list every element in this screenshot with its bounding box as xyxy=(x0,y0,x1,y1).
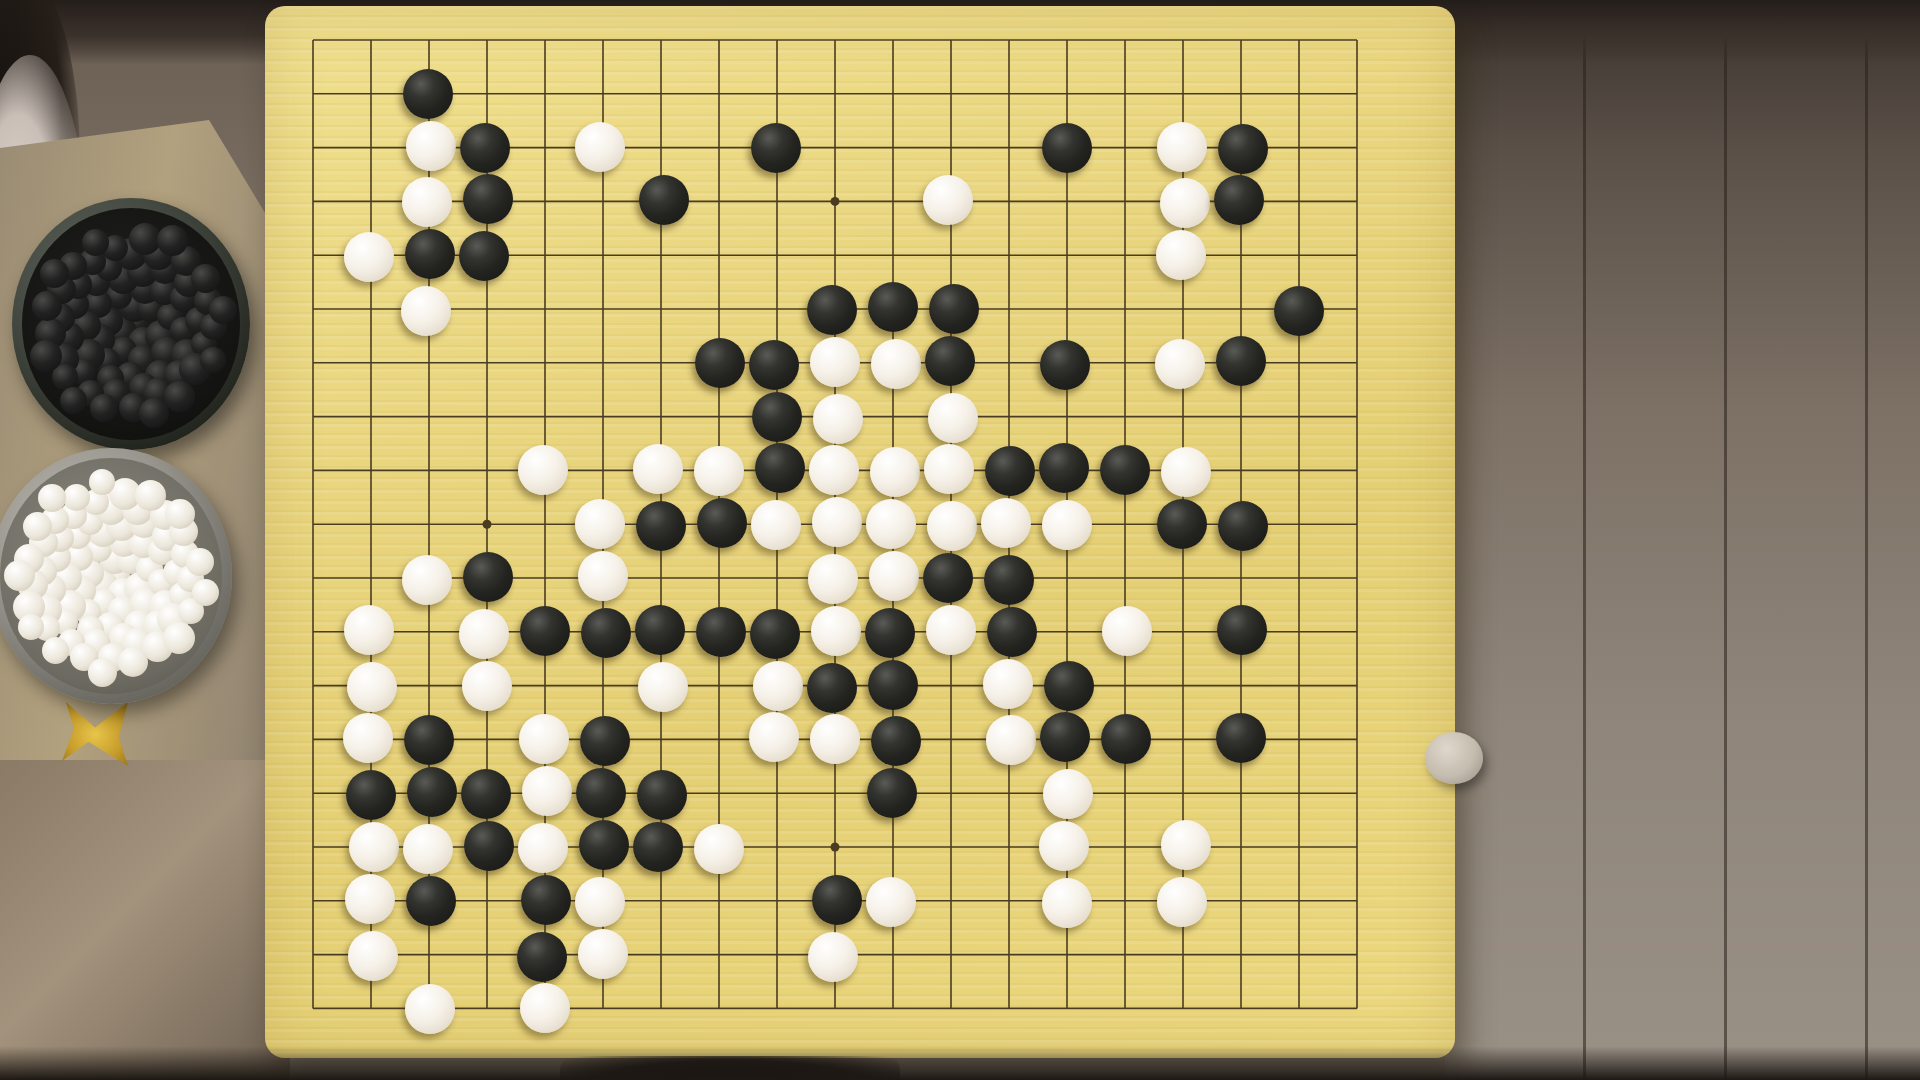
black-stone[interactable] xyxy=(987,607,1037,657)
white-stone[interactable] xyxy=(927,501,977,551)
black-bowl-stone xyxy=(157,225,188,256)
white-stone[interactable] xyxy=(808,554,858,604)
white-stone[interactable] xyxy=(347,662,397,712)
black-stone[interactable] xyxy=(751,123,801,173)
black-stone[interactable] xyxy=(868,660,918,710)
black-stone[interactable] xyxy=(460,123,510,173)
white-bowl-stone xyxy=(23,512,52,541)
black-stone[interactable] xyxy=(865,608,915,658)
white-stone[interactable] xyxy=(344,605,394,655)
white-stone[interactable] xyxy=(578,551,628,601)
black-bowl-stones xyxy=(22,208,240,440)
black-stone[interactable] xyxy=(1274,286,1324,336)
black-stone[interactable] xyxy=(1218,501,1268,551)
floor-bottom-shadow xyxy=(0,1046,1920,1080)
black-stone[interactable] xyxy=(1218,124,1268,174)
black-stone[interactable] xyxy=(929,284,979,334)
white-stone[interactable] xyxy=(1155,339,1205,389)
white-stone[interactable] xyxy=(578,929,628,979)
white-stone[interactable] xyxy=(753,661,803,711)
black-stone[interactable] xyxy=(752,392,802,442)
black-bowl-stone xyxy=(82,229,109,256)
black-stone[interactable] xyxy=(581,608,631,658)
black-stone[interactable] xyxy=(1217,605,1267,655)
white-stone[interactable] xyxy=(869,551,919,601)
white-stone[interactable] xyxy=(694,824,744,874)
white-stone[interactable] xyxy=(402,555,452,605)
black-stone[interactable] xyxy=(463,552,513,602)
go-board[interactable] xyxy=(265,6,1455,1058)
black-bowl-stone xyxy=(90,394,118,422)
white-stone[interactable] xyxy=(1156,230,1206,280)
black-stone[interactable] xyxy=(461,769,511,819)
black-stone[interactable] xyxy=(984,555,1034,605)
white-stone[interactable] xyxy=(401,286,451,336)
black-stone[interactable] xyxy=(406,876,456,926)
black-stone[interactable] xyxy=(749,340,799,390)
black-stone[interactable] xyxy=(464,821,514,871)
star-point xyxy=(831,843,840,852)
white-stone[interactable] xyxy=(462,661,512,711)
black-bowl-stone xyxy=(60,387,87,414)
white-stone[interactable] xyxy=(808,932,858,982)
photo-overhead-go-game xyxy=(0,0,1920,1080)
white-stone[interactable] xyxy=(983,659,1033,709)
white-stone[interactable] xyxy=(344,232,394,282)
black-stone[interactable] xyxy=(867,768,917,818)
black-stone[interactable] xyxy=(1040,340,1090,390)
black-bowl-stone xyxy=(164,381,195,412)
white-stone[interactable] xyxy=(981,498,1031,548)
white-stone[interactable] xyxy=(926,605,976,655)
black-stone[interactable] xyxy=(635,605,685,655)
white-stone[interactable] xyxy=(1039,821,1089,871)
white-stone[interactable] xyxy=(522,766,572,816)
white-stone[interactable] xyxy=(575,499,625,549)
white-stone[interactable] xyxy=(1043,769,1093,819)
white-stone[interactable] xyxy=(518,823,568,873)
white-bowl-stones xyxy=(0,458,222,694)
black-bowl-stone xyxy=(40,259,69,288)
white-bowl-stone xyxy=(118,647,148,677)
black-stone[interactable] xyxy=(697,498,747,548)
white-stone[interactable] xyxy=(349,822,399,872)
black-stone[interactable] xyxy=(1044,661,1094,711)
black-stone[interactable] xyxy=(1216,336,1266,386)
white-stone[interactable] xyxy=(871,339,921,389)
white-stone[interactable] xyxy=(348,931,398,981)
black-stone[interactable] xyxy=(1157,499,1207,549)
wood-floor-right xyxy=(1445,0,1920,1080)
black-stone[interactable] xyxy=(923,553,973,603)
black-bowl-stone xyxy=(200,347,226,373)
black-stone[interactable] xyxy=(576,768,626,818)
black-stone[interactable] xyxy=(807,663,857,713)
white-stone[interactable] xyxy=(866,499,916,549)
white-bowl-stone xyxy=(88,658,117,687)
white-stone[interactable] xyxy=(928,393,978,443)
star-point xyxy=(483,520,492,529)
white-stone[interactable] xyxy=(1157,877,1207,927)
white-bowl-stone xyxy=(42,637,69,664)
white-bowl-stone xyxy=(63,484,90,511)
black-stone[interactable] xyxy=(637,770,687,820)
black-stone[interactable] xyxy=(346,770,396,820)
white-stone[interactable] xyxy=(866,877,916,927)
black-stone[interactable] xyxy=(696,607,746,657)
white-stone[interactable] xyxy=(1157,122,1207,172)
star-point xyxy=(831,197,840,206)
bowl-of-white-stones xyxy=(0,448,232,704)
white-stone[interactable] xyxy=(812,497,862,547)
black-stone[interactable] xyxy=(459,231,509,281)
black-stone[interactable] xyxy=(579,820,629,870)
black-stone[interactable] xyxy=(812,875,862,925)
white-stone[interactable] xyxy=(638,662,688,712)
black-stone[interactable] xyxy=(521,875,571,925)
black-stone[interactable] xyxy=(405,229,455,279)
white-stone[interactable] xyxy=(575,877,625,927)
black-stone[interactable] xyxy=(520,606,570,656)
white-bowl-stone xyxy=(192,579,219,606)
black-stone[interactable] xyxy=(636,501,686,551)
black-bowl-stone xyxy=(139,398,169,428)
black-bowl-stone xyxy=(209,296,237,324)
white-stone[interactable] xyxy=(811,606,861,656)
black-stone[interactable] xyxy=(403,69,453,119)
black-stone[interactable] xyxy=(695,338,745,388)
white-stone[interactable] xyxy=(751,500,801,550)
black-stone[interactable] xyxy=(750,609,800,659)
white-stone[interactable] xyxy=(403,824,453,874)
floor-bottom-left xyxy=(0,760,290,1080)
white-stone[interactable] xyxy=(459,609,509,659)
white-bowl-stone xyxy=(89,469,115,495)
floor-knob-object xyxy=(1425,732,1483,784)
white-stone[interactable] xyxy=(1042,878,1092,928)
white-stone[interactable] xyxy=(1102,606,1152,656)
bowl-of-black-stones xyxy=(12,198,250,450)
white-bowl-stone xyxy=(186,548,214,576)
black-stone[interactable] xyxy=(1042,123,1092,173)
white-stone[interactable] xyxy=(406,121,456,171)
white-stone[interactable] xyxy=(575,122,625,172)
white-stone[interactable] xyxy=(345,874,395,924)
white-bowl-stone xyxy=(165,499,195,529)
black-stone[interactable] xyxy=(925,336,975,386)
white-stone[interactable] xyxy=(1042,500,1092,550)
black-stone[interactable] xyxy=(517,932,567,982)
white-bowl-stone xyxy=(163,622,195,654)
black-stone[interactable] xyxy=(868,282,918,332)
black-stone[interactable] xyxy=(807,285,857,335)
white-stone[interactable] xyxy=(810,337,860,387)
black-stone[interactable] xyxy=(633,822,683,872)
white-stone[interactable] xyxy=(1161,820,1211,870)
white-bowl-stone xyxy=(38,484,66,512)
black-bowl-stone xyxy=(32,291,62,321)
white-bowl-stone xyxy=(18,614,44,640)
white-bowl-stone xyxy=(4,560,35,591)
white-stone[interactable] xyxy=(813,394,863,444)
black-stone[interactable] xyxy=(407,767,457,817)
